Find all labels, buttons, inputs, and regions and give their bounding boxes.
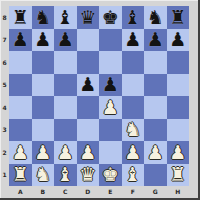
- white-pawn-b2[interactable]: ♟: [34, 143, 51, 162]
- square-g3[interactable]: [144, 119, 167, 142]
- square-d2[interactable]: ♟: [77, 141, 100, 164]
- black-rook-h8[interactable]: ♜: [169, 8, 186, 27]
- white-knight-f3[interactable]: ♞: [124, 120, 141, 139]
- square-d5[interactable]: ♟: [77, 74, 100, 97]
- square-g2[interactable]: ♟: [144, 141, 167, 164]
- square-h3[interactable]: [167, 119, 190, 142]
- square-e1[interactable]: ♚: [99, 164, 122, 187]
- square-d8[interactable]: ♛: [77, 6, 100, 29]
- square-g5[interactable]: [144, 74, 167, 97]
- square-d4[interactable]: [77, 96, 100, 119]
- black-king-e8[interactable]: ♚: [102, 8, 119, 27]
- square-a7[interactable]: ♟: [9, 29, 32, 52]
- square-b8[interactable]: ♞: [32, 6, 55, 29]
- square-d3[interactable]: [77, 119, 100, 142]
- square-a2[interactable]: ♟: [9, 141, 32, 164]
- file-label-e: E: [99, 187, 122, 197]
- white-pawn-h2[interactable]: ♟: [169, 143, 186, 162]
- black-pawn-a7[interactable]: ♟: [12, 30, 29, 49]
- square-f5[interactable]: [122, 74, 145, 97]
- square-f3[interactable]: ♞: [122, 119, 145, 142]
- file-labels: ABCDEFGH: [9, 187, 189, 197]
- square-h2[interactable]: ♟: [167, 141, 190, 164]
- square-a4[interactable]: [9, 96, 32, 119]
- white-pawn-d2[interactable]: ♟: [79, 143, 96, 162]
- white-pawn-f2[interactable]: ♟: [124, 143, 141, 162]
- file-label-d: D: [77, 187, 100, 197]
- black-pawn-b7[interactable]: ♟: [34, 30, 51, 49]
- black-bishop-c8[interactable]: ♝: [57, 8, 74, 27]
- rank-label-4: 4: [0, 96, 9, 119]
- white-rook-a1[interactable]: ♜: [12, 165, 29, 184]
- square-e7[interactable]: [99, 29, 122, 52]
- square-g4[interactable]: [144, 96, 167, 119]
- square-b4[interactable]: [32, 96, 55, 119]
- rank-label-7: 7: [0, 29, 9, 52]
- square-d6[interactable]: [77, 51, 100, 74]
- rank-label-5: 5: [0, 74, 9, 97]
- white-queen-d1[interactable]: ♛: [79, 165, 96, 184]
- white-pawn-e4[interactable]: ♟: [102, 98, 119, 117]
- rank-label-2: 2: [0, 141, 9, 164]
- board-frame: ♜♞♝♛♚♝♞♜♟♟♟♟♟♟♟♟♟♞♟♟♟♟♟♟♟♜♞♝♛♚♝♜ 8765432…: [0, 0, 200, 200]
- white-pawn-c2[interactable]: ♟: [57, 143, 74, 162]
- black-knight-b8[interactable]: ♞: [34, 8, 51, 27]
- black-pawn-g7[interactable]: ♟: [147, 30, 164, 49]
- square-b3[interactable]: [32, 119, 55, 142]
- square-e6[interactable]: [99, 51, 122, 74]
- black-pawn-h7[interactable]: ♟: [169, 30, 186, 49]
- square-b5[interactable]: [32, 74, 55, 97]
- square-c3[interactable]: [54, 119, 77, 142]
- square-b1[interactable]: ♞: [32, 164, 55, 187]
- rank-label-1: 1: [0, 164, 9, 187]
- square-h8[interactable]: ♜: [167, 6, 190, 29]
- rank-label-8: 8: [0, 6, 9, 29]
- square-c2[interactable]: ♟: [54, 141, 77, 164]
- square-f6[interactable]: [122, 51, 145, 74]
- black-bishop-f8[interactable]: ♝: [124, 8, 141, 27]
- square-a1[interactable]: ♜: [9, 164, 32, 187]
- rank-label-3: 3: [0, 119, 9, 142]
- chess-board: ♜♞♝♛♚♝♞♜♟♟♟♟♟♟♟♟♟♞♟♟♟♟♟♟♟♜♞♝♛♚♝♜: [9, 6, 189, 186]
- square-h4[interactable]: [167, 96, 190, 119]
- square-f4[interactable]: [122, 96, 145, 119]
- square-h1[interactable]: ♜: [167, 164, 190, 187]
- black-pawn-c7[interactable]: ♟: [57, 30, 74, 49]
- square-h5[interactable]: [167, 74, 190, 97]
- square-a3[interactable]: [9, 119, 32, 142]
- white-king-e1[interactable]: ♚: [102, 165, 119, 184]
- white-bishop-f1[interactable]: ♝: [124, 165, 141, 184]
- square-e5[interactable]: ♟: [99, 74, 122, 97]
- square-f2[interactable]: ♟: [122, 141, 145, 164]
- square-c8[interactable]: ♝: [54, 6, 77, 29]
- square-f8[interactable]: ♝: [122, 6, 145, 29]
- square-a8[interactable]: ♜: [9, 6, 32, 29]
- white-bishop-c1[interactable]: ♝: [57, 165, 74, 184]
- square-f1[interactable]: ♝: [122, 164, 145, 187]
- black-queen-d8[interactable]: ♛: [79, 8, 96, 27]
- square-g1[interactable]: [144, 164, 167, 187]
- square-g7[interactable]: ♟: [144, 29, 167, 52]
- file-label-f: F: [122, 187, 145, 197]
- square-c6[interactable]: [54, 51, 77, 74]
- square-h6[interactable]: [167, 51, 190, 74]
- square-b2[interactable]: ♟: [32, 141, 55, 164]
- black-knight-g8[interactable]: ♞: [147, 8, 164, 27]
- square-e8[interactable]: ♚: [99, 6, 122, 29]
- white-rook-h1[interactable]: ♜: [169, 165, 186, 184]
- file-label-h: H: [167, 187, 190, 197]
- white-pawn-g2[interactable]: ♟: [147, 143, 164, 162]
- file-label-b: B: [32, 187, 55, 197]
- square-g8[interactable]: ♞: [144, 6, 167, 29]
- square-g6[interactable]: [144, 51, 167, 74]
- square-d7[interactable]: [77, 29, 100, 52]
- file-label-c: C: [54, 187, 77, 197]
- black-pawn-f7[interactable]: ♟: [124, 30, 141, 49]
- white-pawn-a2[interactable]: ♟: [12, 143, 29, 162]
- file-label-g: G: [144, 187, 167, 197]
- square-c4[interactable]: [54, 96, 77, 119]
- square-b7[interactable]: ♟: [32, 29, 55, 52]
- square-c5[interactable]: [54, 74, 77, 97]
- black-pawn-d5[interactable]: ♟: [79, 75, 96, 94]
- file-label-a: A: [9, 187, 32, 197]
- rank-labels: 87654321: [0, 6, 9, 186]
- square-e3[interactable]: [99, 119, 122, 142]
- square-b6[interactable]: [32, 51, 55, 74]
- black-rook-a8[interactable]: ♜: [12, 8, 29, 27]
- square-e2[interactable]: [99, 141, 122, 164]
- square-h7[interactable]: ♟: [167, 29, 190, 52]
- square-d1[interactable]: ♛: [77, 164, 100, 187]
- black-pawn-e5[interactable]: ♟: [102, 75, 119, 94]
- rank-label-6: 6: [0, 51, 9, 74]
- white-knight-b1[interactable]: ♞: [34, 165, 51, 184]
- square-c1[interactable]: ♝: [54, 164, 77, 187]
- square-a6[interactable]: [9, 51, 32, 74]
- square-e4[interactable]: ♟: [99, 96, 122, 119]
- square-c7[interactable]: ♟: [54, 29, 77, 52]
- square-a5[interactable]: [9, 74, 32, 97]
- square-f7[interactable]: ♟: [122, 29, 145, 52]
